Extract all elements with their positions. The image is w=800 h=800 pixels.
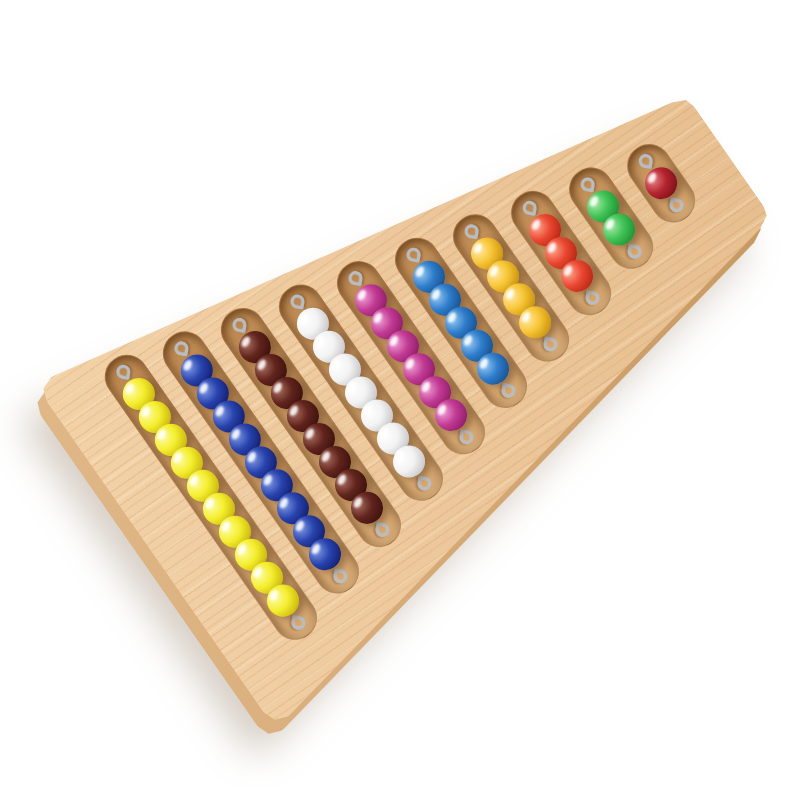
wire-loop-top [463, 223, 479, 239]
wire-loop-bottom [584, 290, 600, 306]
wire-loop-top [580, 176, 596, 192]
wire-loop-top [405, 247, 421, 263]
wire-loop-top [347, 270, 363, 286]
wire-loop-bottom [626, 244, 642, 260]
wire-loop-bottom [416, 476, 432, 492]
product-photo-stage [0, 0, 800, 800]
wire-loop-bottom [458, 429, 474, 445]
wire-loop-bottom [500, 383, 516, 399]
wire-loop-top [522, 200, 538, 216]
wire-loop-bottom [332, 568, 348, 584]
wire-loop-top [289, 293, 305, 309]
wire-loop-bottom [668, 197, 684, 213]
wire-loop-top [173, 340, 189, 356]
wire-loop-bottom [290, 615, 306, 631]
wire-loop-bottom [542, 336, 558, 352]
wire-loop-top [638, 153, 654, 169]
wire-loop-top [231, 317, 247, 333]
wire-loop-bottom [374, 522, 390, 538]
wire-loop-top [115, 364, 131, 380]
